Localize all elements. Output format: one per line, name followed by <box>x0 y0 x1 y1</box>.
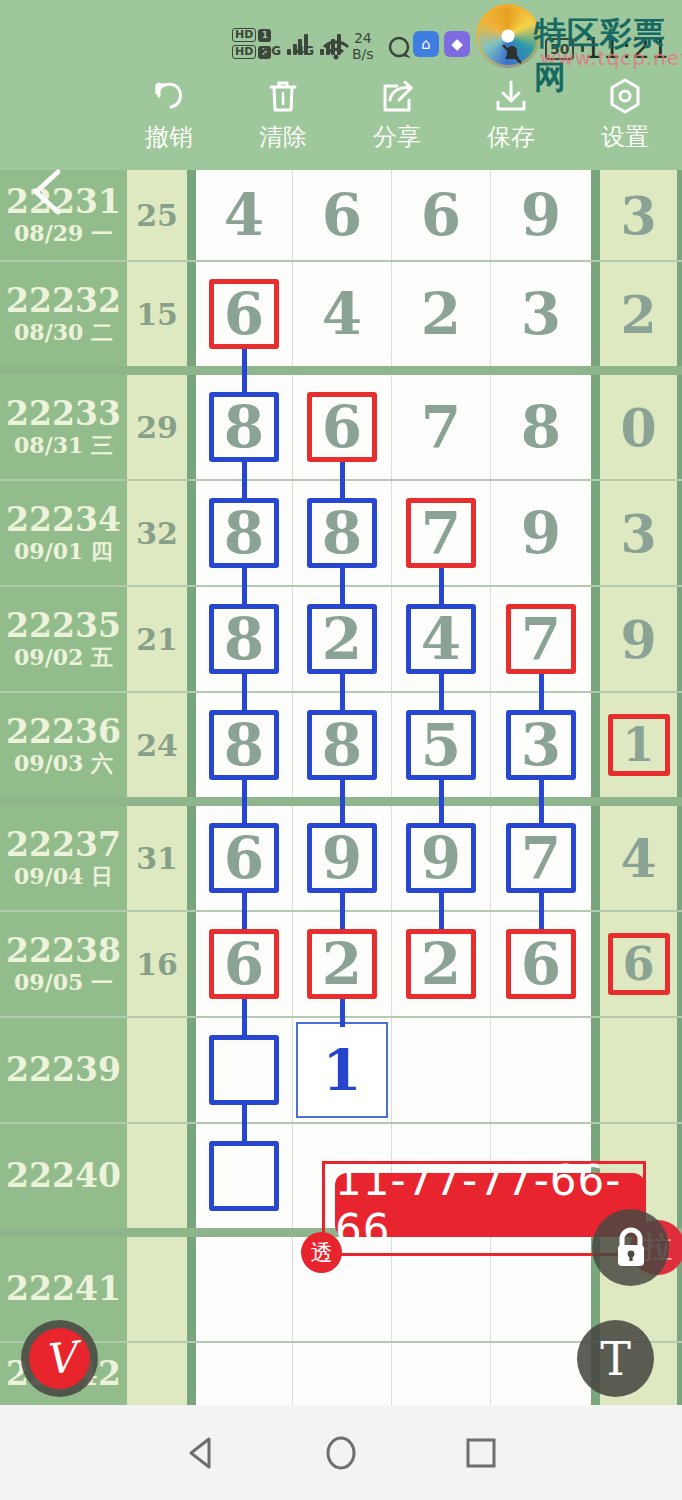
digit-cell[interactable]: 9 <box>293 806 392 910</box>
digit-cell[interactable]: 6 <box>196 806 293 910</box>
sum-cell <box>127 1237 187 1341</box>
table-row: 22236 09/03 六 24 8 8 5 3 1 <box>0 693 682 797</box>
sum-cell: 21 <box>127 587 187 691</box>
draw-date: 09/02 五 <box>14 644 113 670</box>
blue-mark-box: 3 <box>506 710 576 780</box>
issue-number: 22239 <box>6 1052 121 1088</box>
red-mark-box: 6 <box>209 279 279 349</box>
digit-cell[interactable]: 9 <box>392 806 491 910</box>
sum-cell <box>127 1018 187 1122</box>
settings-icon <box>605 76 645 116</box>
empty-blue-mark-box <box>209 1141 279 1211</box>
digit-cell[interactable]: 3 <box>491 693 591 797</box>
digit-cell-last[interactable]: 6 <box>600 912 682 1016</box>
digit-cell[interactable] <box>293 1343 392 1405</box>
draw-date: 08/30 二 <box>14 319 113 345</box>
undo-icon <box>149 76 189 116</box>
column-divider <box>187 170 196 260</box>
share-button[interactable]: 分享 <box>340 76 454 153</box>
blue-mark-box: 8 <box>307 710 377 780</box>
digit-cell[interactable]: 7 <box>491 806 591 910</box>
nav-back-button[interactable] <box>181 1433 221 1473</box>
row-label: 22235 09/02 五 <box>0 587 127 691</box>
lock-icon <box>611 1226 651 1270</box>
draw-date: 09/05 一 <box>14 969 113 995</box>
back-button[interactable] <box>24 166 70 218</box>
digit-cell[interactable]: 7 <box>491 587 591 691</box>
digit-cell[interactable]: 6 <box>196 912 293 1016</box>
red-mark-box: 6 <box>209 929 279 999</box>
blue-mark-box: 7 <box>506 823 576 893</box>
red-mark-box: 6 <box>506 929 576 999</box>
row-label: 22237 09/04 日 <box>0 806 127 910</box>
row-label: 22233 08/31 三 <box>0 375 127 479</box>
clear-button[interactable]: 清除 <box>226 76 340 153</box>
red-mark-box: 6 <box>307 392 377 462</box>
digit-cell[interactable] <box>196 1343 293 1405</box>
digit-cell-last[interactable]: 3 <box>600 170 682 260</box>
digit-cell[interactable]: 1 <box>293 1018 392 1122</box>
settings-button[interactable]: 设置 <box>568 76 682 153</box>
row-label: 22236 09/03 六 <box>0 693 127 797</box>
study-app-icon: ◆ <box>444 31 470 57</box>
issue-number: 22241 <box>6 1271 121 1307</box>
digit-cell[interactable] <box>491 1018 591 1122</box>
digit-cell[interactable]: 8 <box>293 481 392 585</box>
digit-cell[interactable]: 9 <box>491 170 591 260</box>
table-row: 22235 09/02 五 21 8 2 4 7 9 <box>0 587 682 693</box>
row-label: 22234 09/01 四 <box>0 481 127 585</box>
network-speed: 24B/s <box>352 30 374 62</box>
app-screen: HD1 HD2 5G 4G 24B/s ⌂ ◆ 50 11:21 <box>0 0 682 1500</box>
empty-blue-mark-box <box>209 1035 279 1105</box>
draw-date: 09/01 四 <box>14 538 113 564</box>
draw-date: 08/29 一 <box>14 220 113 246</box>
red-mark-box: 2 <box>307 929 377 999</box>
trash-icon <box>263 76 303 116</box>
text-tool-button[interactable]: T <box>577 1320 654 1397</box>
table-row: 22231 08/29 一 25 4 6 6 9 3 <box>0 170 682 262</box>
blue-mark-box: 4 <box>406 604 476 674</box>
undo-button[interactable]: 撤销 <box>112 76 226 153</box>
sum-cell <box>127 1343 187 1405</box>
digit-cell[interactable] <box>392 1018 491 1122</box>
digit-cell[interactable]: 6 <box>293 375 392 479</box>
blue-mark-box: 6 <box>209 823 279 893</box>
digit-cell[interactable]: 6 <box>491 912 591 1016</box>
table-row: 22237 09/04 日 31 6 9 9 7 4 <box>0 806 682 912</box>
sum-cell: 31 <box>127 806 187 910</box>
digit-cell[interactable] <box>196 1124 293 1228</box>
brand-v-button[interactable]: V <box>21 1320 98 1397</box>
issue-number: 22232 <box>6 283 121 319</box>
digit-cell[interactable]: 2 <box>293 587 392 691</box>
digit-cell[interactable]: 6 <box>392 170 491 260</box>
sum-cell: 32 <box>127 481 187 585</box>
status-bar: HD1 HD2 5G 4G 24B/s ⌂ ◆ 50 11:21 <box>0 0 682 70</box>
digit-cell-last[interactable]: 3 <box>600 481 682 585</box>
draw-date: 09/03 六 <box>14 750 113 776</box>
digit-cell[interactable] <box>392 1343 491 1405</box>
issue-number: 22240 <box>6 1158 121 1194</box>
digit-cell[interactable]: 4 <box>293 262 392 366</box>
blue-mark-box: 8 <box>209 604 279 674</box>
table-row: 22238 09/05 一 16 6 2 2 6 6 <box>0 912 682 1018</box>
sum-cell <box>127 1124 187 1228</box>
issue-number: 22234 <box>6 502 121 538</box>
digit-cell[interactable]: 8 <box>196 693 293 797</box>
draw-date: 08/31 三 <box>14 432 113 458</box>
digit-cell[interactable]: 2 <box>293 912 392 1016</box>
digit-cell[interactable]: 3 <box>491 262 591 366</box>
toolbar: 撤销 清除 分享 <box>0 70 682 170</box>
table-row: 22233 08/31 三 29 8 6 7 8 0 <box>0 375 682 481</box>
red-mark-box: 7 <box>406 498 476 568</box>
digit-cell-last[interactable]: 2 <box>600 262 682 366</box>
digit-cell[interactable]: 9 <box>491 481 591 585</box>
red-mark-box: 2 <box>406 929 476 999</box>
issue-number: 22238 <box>6 933 121 969</box>
digit-cell[interactable]: 5 <box>392 693 491 797</box>
issue-number: 22236 <box>6 714 121 750</box>
digit-cell-last[interactable] <box>600 1018 682 1122</box>
blue-mark-box: 9 <box>406 823 476 893</box>
row-label: 22232 08/30 二 <box>0 262 127 366</box>
nav-recents-button[interactable] <box>461 1433 501 1473</box>
digit-cell[interactable]: 4 <box>392 587 491 691</box>
row-label: 22240 <box>0 1124 127 1228</box>
chat-icon <box>386 34 414 62</box>
mute-bell-icon <box>500 42 524 66</box>
blue-mark-box: 8 <box>209 392 279 462</box>
issue-number: 22235 <box>6 608 121 644</box>
table-row: 22239 1 <box>0 1018 682 1124</box>
issue-number: 22237 <box>6 827 121 863</box>
transparency-badge[interactable]: 透 <box>301 1232 342 1273</box>
sum-cell: 16 <box>127 912 187 1016</box>
blue-mark-box: 8 <box>307 498 377 568</box>
table-row: 22232 08/30 二 15 6 4 2 3 2 <box>0 262 682 366</box>
draw-date: 09/04 日 <box>14 863 113 889</box>
digit-cell-last[interactable]: 0 <box>600 375 682 479</box>
digit-cell[interactable] <box>491 1343 591 1405</box>
digit-cell[interactable]: 4 <box>196 170 293 260</box>
digit-cell[interactable]: 8 <box>293 693 392 797</box>
blue-mark-box: 8 <box>209 710 279 780</box>
digit-cell[interactable]: 7 <box>392 375 491 479</box>
red-mark-box: 1 <box>608 714 670 776</box>
save-button[interactable]: 保存 <box>454 76 568 153</box>
digit-cell[interactable]: 8 <box>196 481 293 585</box>
blue-mark-box: 5 <box>406 710 476 780</box>
issue-number: 22233 <box>6 396 121 432</box>
digit-cell[interactable] <box>196 1018 293 1122</box>
blue-mark-box: 2 <box>307 604 377 674</box>
lock-button[interactable] <box>592 1209 669 1286</box>
blue-mark-box: 9 <box>307 823 377 893</box>
home-app-icon: ⌂ <box>413 31 439 57</box>
digit-cell-last[interactable]: 9 <box>600 587 682 691</box>
drawing-selection-box: 1 <box>296 1022 388 1118</box>
table-row: 22234 09/01 四 32 8 8 7 9 3 <box>0 481 682 587</box>
digit-cell[interactable]: 8 <box>491 375 591 479</box>
sum-cell: 29 <box>127 375 187 479</box>
red-mark-box: 6 <box>608 933 670 995</box>
nav-home-button[interactable] <box>321 1433 361 1473</box>
row-label: 22238 09/05 一 <box>0 912 127 1016</box>
sum-cell: 25 <box>127 170 187 260</box>
digit-cell[interactable]: 8 <box>196 375 293 479</box>
android-nav-bar <box>0 1405 682 1500</box>
group-divider <box>0 366 682 375</box>
row-label: 22239 <box>0 1018 127 1122</box>
sum-cell: 15 <box>127 262 187 366</box>
digit-cell[interactable] <box>196 1237 293 1341</box>
digit-cell[interactable]: 8 <box>196 587 293 691</box>
digit-cell-last[interactable]: 1 <box>600 693 682 797</box>
digit-cell[interactable]: 2 <box>392 262 491 366</box>
column-divider <box>591 170 600 260</box>
sum-cell: 24 <box>127 693 187 797</box>
digit-cell[interactable]: 6 <box>196 262 293 366</box>
download-icon <box>491 76 531 116</box>
v-logo: V <box>26 1325 93 1392</box>
wifi-icon <box>322 38 350 62</box>
digit-cell-last[interactable]: 4 <box>600 806 682 910</box>
blue-mark-box: 8 <box>209 498 279 568</box>
digit-cell[interactable]: 6 <box>293 170 392 260</box>
red-mark-box: 7 <box>506 604 576 674</box>
share-icon <box>377 76 417 116</box>
digit-cell[interactable]: 7 <box>392 481 491 585</box>
digit-cell[interactable]: 2 <box>392 912 491 1016</box>
